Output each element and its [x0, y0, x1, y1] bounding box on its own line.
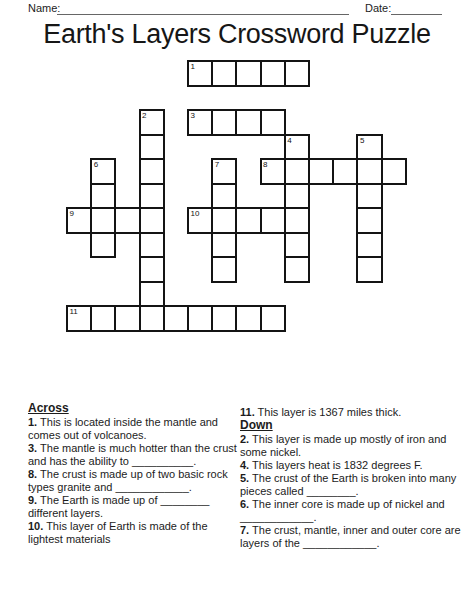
- clue-across-3: 3. The mantle is much hotter than the cr…: [28, 442, 243, 468]
- grid-cell-r3c3[interactable]: [139, 134, 165, 161]
- grid-cell-r5c1[interactable]: [90, 183, 116, 210]
- name-blank-line[interactable]: [57, 2, 349, 15]
- grid-cell-r6c0[interactable]: 9: [66, 207, 92, 234]
- grid-cell-r5c6[interactable]: [211, 183, 237, 210]
- grid-cell-r5c3[interactable]: [139, 183, 165, 210]
- down-heading: Down: [240, 419, 461, 432]
- grid-cell-r10c6[interactable]: [211, 305, 237, 332]
- grid-cell-r10c1[interactable]: [90, 305, 116, 332]
- clue-across-8: 8. The crust is made up of two basic roc…: [28, 468, 243, 494]
- clue-down-2: 2. This layer is made up mostly of iron …: [240, 433, 461, 459]
- grid-cell-r8c9[interactable]: [284, 256, 310, 283]
- grid-cell-r10c0[interactable]: 11: [66, 305, 92, 332]
- grid-cell-r3c9[interactable]: 4: [284, 134, 310, 161]
- grid-cell-r4c13[interactable]: [381, 158, 407, 185]
- grid-cell-r10c4[interactable]: [163, 305, 189, 332]
- cell-clue-number: 2: [142, 111, 146, 120]
- grid-cell-r10c8[interactable]: [260, 305, 286, 332]
- grid-cell-r4c6[interactable]: 7: [211, 158, 237, 185]
- grid-cell-r0c9[interactable]: [284, 60, 310, 87]
- cell-clue-number: 8: [263, 160, 267, 169]
- grid-cell-r5c12[interactable]: [356, 183, 382, 210]
- grid-cell-r8c6[interactable]: [211, 256, 237, 283]
- cell-clue-number: 9: [70, 209, 74, 218]
- clue-number-label: 1.: [28, 416, 37, 428]
- grid-cell-r4c9[interactable]: [284, 158, 310, 185]
- grid-cell-r0c8[interactable]: [260, 60, 286, 87]
- grid-cell-r6c2[interactable]: [114, 207, 140, 234]
- grid-cell-r9c3[interactable]: [139, 281, 165, 308]
- grid-cell-r4c1[interactable]: 6: [90, 158, 116, 185]
- clue-number-label: 7.: [240, 524, 249, 536]
- name-label: Name:: [28, 2, 60, 14]
- grid-cell-r0c5[interactable]: 1: [187, 60, 213, 87]
- cell-clue-number: 7: [215, 160, 219, 169]
- crossword-worksheet-page: Name: Date: Earth's Layers Crossword Puz…: [0, 0, 474, 613]
- grid-cell-r6c1[interactable]: [90, 207, 116, 234]
- cell-clue-number: 10: [191, 209, 200, 218]
- grid-cell-r10c3[interactable]: [139, 305, 165, 332]
- across-heading: Across: [28, 402, 243, 415]
- clue-across-11: 11. This layer is 1367 miles thick.: [240, 406, 461, 419]
- clue-across-9: 9. The Earth is made up of ________ diff…: [28, 494, 243, 520]
- grid-cell-r5c9[interactable]: [284, 183, 310, 210]
- grid-cell-r10c7[interactable]: [235, 305, 261, 332]
- grid-cell-r2c6[interactable]: [211, 109, 237, 136]
- grid-cell-r0c7[interactable]: [235, 60, 261, 87]
- grid-cell-r10c5[interactable]: [187, 305, 213, 332]
- date-label: Date:: [365, 2, 391, 14]
- clue-down-7: 7. The crust, mantle, inner and outer co…: [240, 524, 461, 550]
- grid-cell-r6c7[interactable]: [235, 207, 261, 234]
- clue-number-label: 5.: [240, 472, 249, 484]
- grid-cell-r6c3[interactable]: [139, 207, 165, 234]
- clue-down-4: 4. This layers heat is 1832 degrees F.: [240, 459, 461, 472]
- grid-cell-r2c8[interactable]: [260, 109, 286, 136]
- clues-right-column: 11. This layer is 1367 miles thick.Down2…: [240, 406, 461, 550]
- clue-number-label: 10.: [28, 520, 43, 532]
- grid-cell-r4c12[interactable]: [356, 158, 382, 185]
- clue-number-label: 2.: [240, 433, 249, 445]
- grid-cell-r6c8[interactable]: [260, 207, 286, 234]
- cell-clue-number: 5: [360, 136, 364, 145]
- cell-clue-number: 11: [70, 307, 78, 316]
- clue-across-1: 1. This is located inside the mantle and…: [28, 416, 243, 442]
- grid-cell-r0c6[interactable]: [211, 60, 237, 87]
- grid-cell-r2c3[interactable]: 2: [139, 109, 165, 136]
- grid-cell-r4c10[interactable]: [308, 158, 334, 185]
- grid-cell-r6c12[interactable]: [356, 207, 382, 234]
- grid-cell-r10c2[interactable]: [114, 305, 140, 332]
- clue-number-label: 9.: [28, 494, 37, 506]
- crossword-grid: 1234567891011: [66, 60, 411, 332]
- grid-cell-r8c3[interactable]: [139, 256, 165, 283]
- grid-cell-r4c8[interactable]: 8: [260, 158, 286, 185]
- cell-clue-number: 1: [191, 62, 195, 71]
- grid-cell-r6c9[interactable]: [284, 207, 310, 234]
- grid-cell-r4c11[interactable]: [332, 158, 358, 185]
- clue-down-6: 6. The inner core is made up of nickel a…: [240, 498, 461, 524]
- grid-cell-r4c3[interactable]: [139, 158, 165, 185]
- cell-clue-number: 4: [287, 136, 291, 145]
- grid-cell-r7c3[interactable]: [139, 232, 165, 259]
- grid-cell-r6c5[interactable]: 10: [187, 207, 213, 234]
- grid-cell-r6c6[interactable]: [211, 207, 237, 234]
- grid-cell-r8c12[interactable]: [356, 256, 382, 283]
- clue-down-5: 5. The crust of the Earth is broken into…: [240, 472, 461, 498]
- grid-cell-r2c7[interactable]: [235, 109, 261, 136]
- grid-cell-r7c9[interactable]: [284, 232, 310, 259]
- page-title: Earth's Layers Crossword Puzzle: [0, 19, 474, 50]
- date-blank-line[interactable]: [391, 2, 442, 15]
- grid-cell-r7c6[interactable]: [211, 232, 237, 259]
- clue-number-label: 3.: [28, 442, 37, 454]
- clue-number-label: 6.: [240, 498, 249, 510]
- grid-cell-r7c12[interactable]: [356, 232, 382, 259]
- clue-across-10: 10. This layer of Earth is made of the l…: [28, 520, 243, 546]
- grid-cell-r7c1[interactable]: [90, 232, 116, 259]
- clue-number-label: 8.: [28, 468, 37, 480]
- cell-clue-number: 3: [191, 111, 195, 120]
- clue-number-label: 4.: [240, 459, 249, 471]
- clue-number-label: 11.: [240, 406, 255, 418]
- cell-clue-number: 6: [94, 160, 98, 169]
- clues-left-column: Across1. This is located inside the mant…: [28, 402, 243, 546]
- grid-cell-r2c5[interactable]: 3: [187, 109, 213, 136]
- grid-cell-r3c12[interactable]: 5: [356, 134, 382, 161]
